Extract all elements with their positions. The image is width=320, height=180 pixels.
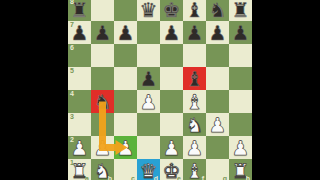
square-f7[interactable]: ♟ — [183, 21, 206, 44]
square-f6[interactable] — [183, 44, 206, 67]
piece-white-pawn-f2[interactable]: ♟ — [183, 136, 206, 159]
rank-label-1: 1 — [70, 159, 74, 167]
square-a8[interactable]: 8♜ — [68, 0, 91, 21]
square-g6[interactable] — [206, 44, 229, 67]
square-d3[interactable] — [137, 113, 160, 136]
rank-label-6: 6 — [70, 44, 74, 52]
square-h7[interactable]: ♟ — [229, 21, 252, 44]
file-label-a: a — [85, 175, 89, 180]
square-c7[interactable]: ♟ — [114, 21, 137, 44]
rank-label-5: 5 — [70, 67, 74, 75]
square-b8[interactable] — [91, 0, 114, 21]
square-b6[interactable] — [91, 44, 114, 67]
file-label-c: c — [131, 175, 135, 180]
square-e7[interactable]: ♟ — [160, 21, 183, 44]
piece-black-pawn-b7[interactable]: ♟ — [91, 21, 114, 44]
square-b7[interactable]: ♟ — [91, 21, 114, 44]
square-a3[interactable]: 3 — [68, 113, 91, 136]
square-b3[interactable] — [91, 113, 114, 136]
square-d8[interactable]: ♛ — [137, 0, 160, 21]
file-label-g: g — [223, 175, 227, 180]
square-d5[interactable]: ♟ — [137, 67, 160, 90]
square-g3[interactable]: ♟ — [206, 113, 229, 136]
file-label-h: h — [246, 175, 250, 180]
square-e1[interactable]: e♚ — [160, 159, 183, 180]
square-h2[interactable]: ♟ — [229, 136, 252, 159]
square-f8[interactable]: ♝ — [183, 0, 206, 21]
letterbox-left — [0, 0, 68, 180]
piece-black-knight-b4[interactable]: ♞ — [91, 90, 114, 113]
piece-white-knight-f3[interactable]: ♞ — [183, 113, 206, 136]
piece-white-bishop-f4[interactable]: ♝ — [183, 90, 206, 113]
square-c2[interactable]: ♟ — [114, 136, 137, 159]
square-a5[interactable]: 5 — [68, 67, 91, 90]
square-e6[interactable] — [160, 44, 183, 67]
square-d6[interactable] — [137, 44, 160, 67]
square-c6[interactable] — [114, 44, 137, 67]
square-a7[interactable]: 7♟ — [68, 21, 91, 44]
piece-black-pawn-e7[interactable]: ♟ — [160, 21, 183, 44]
square-d4[interactable]: ♟ — [137, 90, 160, 113]
square-h1[interactable]: h♜ — [229, 159, 252, 180]
square-c5[interactable] — [114, 67, 137, 90]
rank-label-2: 2 — [70, 136, 74, 144]
square-f4[interactable]: ♝ — [183, 90, 206, 113]
piece-black-rook-h8[interactable]: ♜ — [229, 0, 252, 21]
piece-black-pawn-g7[interactable]: ♟ — [206, 21, 229, 44]
file-label-f: f — [202, 175, 204, 180]
square-h6[interactable] — [229, 44, 252, 67]
piece-white-pawn-d4[interactable]: ♟ — [137, 90, 160, 113]
piece-white-pawn-e2[interactable]: ♟ — [160, 136, 183, 159]
square-c4[interactable] — [114, 90, 137, 113]
square-a1[interactable]: 1a♜ — [68, 159, 91, 180]
square-d2[interactable] — [137, 136, 160, 159]
square-h4[interactable] — [229, 90, 252, 113]
square-e8[interactable]: ♚ — [160, 0, 183, 21]
square-g7[interactable]: ♟ — [206, 21, 229, 44]
square-g1[interactable]: g — [206, 159, 229, 180]
square-c1[interactable]: c — [114, 159, 137, 180]
square-a6[interactable]: 6 — [68, 44, 91, 67]
file-label-e: e — [177, 175, 181, 180]
square-g5[interactable] — [206, 67, 229, 90]
square-h3[interactable] — [229, 113, 252, 136]
square-b1[interactable]: b♞ — [91, 159, 114, 180]
square-c3[interactable] — [114, 113, 137, 136]
square-b2[interactable]: ♟ — [91, 136, 114, 159]
piece-black-pawn-h7[interactable]: ♟ — [229, 21, 252, 44]
letterbox-right — [252, 0, 320, 180]
file-label-d: d — [154, 175, 158, 180]
piece-black-king-e8[interactable]: ♚ — [160, 0, 183, 21]
rank-label-7: 7 — [70, 21, 74, 29]
piece-black-pawn-d5[interactable]: ♟ — [137, 67, 160, 90]
square-h5[interactable] — [229, 67, 252, 90]
square-f3[interactable]: ♞ — [183, 113, 206, 136]
piece-white-pawn-b2[interactable]: ♟ — [91, 136, 114, 159]
square-f2[interactable]: ♟ — [183, 136, 206, 159]
square-f1[interactable]: f♝ — [183, 159, 206, 180]
rank-label-3: 3 — [70, 113, 74, 121]
square-b4[interactable]: ♞ — [91, 90, 114, 113]
square-e2[interactable]: ♟ — [160, 136, 183, 159]
square-c8[interactable] — [114, 0, 137, 21]
square-g4[interactable] — [206, 90, 229, 113]
square-a4[interactable]: 4 — [68, 90, 91, 113]
square-g2[interactable] — [206, 136, 229, 159]
square-d7[interactable] — [137, 21, 160, 44]
piece-white-pawn-c2[interactable]: ♟ — [114, 136, 137, 159]
square-b5[interactable] — [91, 67, 114, 90]
piece-black-knight-g8[interactable]: ♞ — [206, 0, 229, 21]
piece-black-pawn-f7[interactable]: ♟ — [183, 21, 206, 44]
square-e3[interactable] — [160, 113, 183, 136]
square-e4[interactable] — [160, 90, 183, 113]
piece-black-bishop-f8[interactable]: ♝ — [183, 0, 206, 21]
piece-white-pawn-h2[interactable]: ♟ — [229, 136, 252, 159]
piece-black-queen-d8[interactable]: ♛ — [137, 0, 160, 21]
square-h8[interactable]: ♜ — [229, 0, 252, 21]
square-f5[interactable]: ♝ — [183, 67, 206, 90]
chess-board[interactable]: 8♜♛♚♝♞♜7♟♟♟♟♟♟♟65♟♝4♞♟♝3♞♟2♟♟♟♟♟♟1a♜b♞cd… — [68, 0, 252, 180]
square-g8[interactable]: ♞ — [206, 0, 229, 21]
rank-label-4: 4 — [70, 90, 74, 98]
piece-black-pawn-c7[interactable]: ♟ — [114, 21, 137, 44]
video-frame: 8♜♛♚♝♞♜7♟♟♟♟♟♟♟65♟♝4♞♟♝3♞♟2♟♟♟♟♟♟1a♜b♞cd… — [0, 0, 320, 180]
square-e5[interactable] — [160, 67, 183, 90]
square-d1[interactable]: d♛ — [137, 159, 160, 180]
piece-white-pawn-g3[interactable]: ♟ — [206, 113, 229, 136]
rank-label-8: 8 — [70, 0, 74, 6]
file-label-b: b — [108, 175, 112, 180]
square-a2[interactable]: 2♟ — [68, 136, 91, 159]
piece-black-bishop-f5[interactable]: ♝ — [183, 67, 206, 90]
